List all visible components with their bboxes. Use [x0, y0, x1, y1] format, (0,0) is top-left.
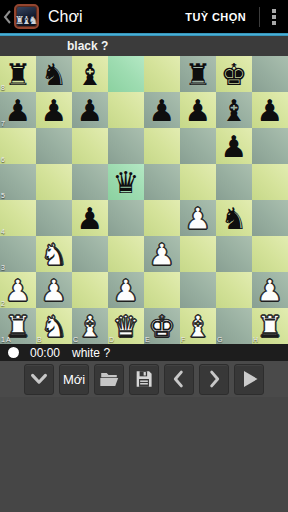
black-pawn-piece: ♟ — [36, 92, 72, 128]
square-d2[interactable]: ♟ — [108, 272, 144, 308]
square-a6[interactable]: 6 — [0, 128, 36, 164]
file-label: H — [253, 336, 258, 344]
file-label: F — [181, 336, 185, 344]
white-player-label: white ? — [72, 346, 110, 360]
square-c8[interactable]: ♝ — [72, 56, 108, 92]
square-g5[interactable] — [216, 164, 252, 200]
white-clock: 00:00 — [30, 346, 60, 360]
open-button[interactable] — [94, 364, 124, 395]
square-e2[interactable] — [144, 272, 180, 308]
save-button[interactable] — [129, 364, 159, 395]
square-c7[interactable]: ♟ — [72, 92, 108, 128]
square-e4[interactable] — [144, 200, 180, 236]
play-icon — [237, 367, 261, 391]
square-b3[interactable]: ♞ — [36, 236, 72, 272]
square-b6[interactable] — [36, 128, 72, 164]
square-f1[interactable]: ♝F — [180, 308, 216, 344]
overflow-dot-icon — [272, 15, 276, 19]
black-pawn-piece: ♟ — [252, 92, 288, 128]
black-pawn-piece: ♟ — [72, 200, 108, 236]
square-f3[interactable] — [180, 236, 216, 272]
white-pawn-piece: ♟ — [180, 200, 216, 236]
square-h6[interactable] — [252, 128, 288, 164]
square-g3[interactable] — [216, 236, 252, 272]
square-h4[interactable] — [252, 200, 288, 236]
page-title: Chơi — [48, 8, 83, 26]
square-d8[interactable] — [108, 56, 144, 92]
square-e5[interactable] — [144, 164, 180, 200]
black-player-label: black ? — [67, 39, 108, 53]
black-pawn-piece: ♟ — [0, 92, 36, 128]
square-b1[interactable]: ♞B — [36, 308, 72, 344]
white-bishop-piece: ♝ — [180, 308, 216, 344]
rank-label: 5 — [1, 192, 5, 200]
back-button[interactable] — [2, 0, 12, 33]
file-label: B — [37, 336, 42, 344]
square-d4[interactable] — [108, 200, 144, 236]
rank-label: 7 — [1, 120, 5, 128]
square-c6[interactable] — [72, 128, 108, 164]
square-d3[interactable] — [108, 236, 144, 272]
square-f2[interactable] — [180, 272, 216, 308]
overflow-menu-button[interactable] — [260, 0, 288, 33]
rank-label: 3 — [1, 264, 5, 272]
square-d5[interactable]: ♛ — [108, 164, 144, 200]
square-d1[interactable]: ♛D — [108, 308, 144, 344]
white-pawn-piece: ♟ — [0, 272, 36, 308]
black-pawn-piece: ♟ — [216, 128, 252, 164]
square-c4[interactable]: ♟ — [72, 200, 108, 236]
square-g6[interactable]: ♟ — [216, 128, 252, 164]
square-h8[interactable] — [252, 56, 288, 92]
square-a2[interactable]: ♟2 — [0, 272, 36, 308]
square-h3[interactable] — [252, 236, 288, 272]
square-c3[interactable] — [72, 236, 108, 272]
square-g1[interactable]: G — [216, 308, 252, 344]
square-g7[interactable]: ♝ — [216, 92, 252, 128]
square-e1[interactable]: ♚E — [144, 308, 180, 344]
square-b8[interactable]: ♞ — [36, 56, 72, 92]
square-a1[interactable]: ♜1A — [0, 308, 36, 344]
square-a5[interactable]: 5 — [0, 164, 36, 200]
app-icon-pieces: ♜♝♞ — [15, 14, 39, 27]
black-rook-piece: ♜ — [180, 56, 216, 92]
square-g8[interactable]: ♚ — [216, 56, 252, 92]
rank-label: 6 — [1, 156, 5, 164]
square-c1[interactable]: ♝C — [72, 308, 108, 344]
square-g4[interactable]: ♞ — [216, 200, 252, 236]
white-turn-indicator[interactable] — [8, 347, 19, 358]
square-h1[interactable]: ♜H — [252, 308, 288, 344]
file-label: G — [217, 336, 222, 344]
chevron-left-icon — [168, 368, 190, 390]
square-a4[interactable]: 4 — [0, 200, 36, 236]
square-b2[interactable]: ♟ — [36, 272, 72, 308]
square-e8[interactable] — [144, 56, 180, 92]
square-g2[interactable] — [216, 272, 252, 308]
square-c2[interactable] — [72, 272, 108, 308]
app-icon[interactable]: ♜♝♞ — [14, 4, 39, 29]
black-pawn-piece: ♟ — [180, 92, 216, 128]
save-icon — [133, 368, 155, 390]
square-e6[interactable] — [144, 128, 180, 164]
game-toolbar: Mới — [0, 361, 288, 397]
rank-label: 2 — [1, 300, 5, 308]
square-f8[interactable]: ♜ — [180, 56, 216, 92]
file-label: C — [73, 336, 78, 344]
black-king-piece: ♚ — [216, 56, 252, 92]
black-player-bar: black ? — [0, 36, 288, 56]
new-game-button-label: Mới — [63, 372, 85, 387]
square-e7[interactable]: ♟ — [144, 92, 180, 128]
chess-app-screen: ♜♝♞ Chơi TUỲ CHỌN black ? ♜8♞♝♜♚♟7♟♟♟♟♝♟… — [0, 0, 288, 512]
chess-board: ♜8♞♝♜♚♟7♟♟♟♟♝♟6♟5♛4♟♟♞3♞♟♟2♟♟♟♜1A♞B♝C♛D♚… — [0, 56, 288, 344]
rank-label: 1 — [1, 336, 5, 344]
square-a3[interactable]: 3 — [0, 236, 36, 272]
empty-area — [0, 397, 288, 512]
square-d7[interactable] — [108, 92, 144, 128]
black-queen-piece: ♛ — [108, 164, 144, 200]
black-pawn-piece: ♟ — [72, 92, 108, 128]
white-pawn-piece: ♟ — [36, 272, 72, 308]
forward-move-button[interactable] — [199, 364, 229, 395]
square-h2[interactable]: ♟ — [252, 272, 288, 308]
rank-label: 8 — [1, 84, 5, 92]
square-a7[interactable]: ♟7 — [0, 92, 36, 128]
folder-open-icon — [98, 368, 120, 390]
back-caret-icon — [3, 9, 12, 25]
square-h7[interactable]: ♟ — [252, 92, 288, 128]
square-b4[interactable] — [36, 200, 72, 236]
square-d6[interactable] — [108, 128, 144, 164]
square-b5[interactable] — [36, 164, 72, 200]
rank-label: 4 — [1, 228, 5, 236]
options-button[interactable]: TUỲ CHỌN — [172, 0, 259, 33]
square-f5[interactable] — [180, 164, 216, 200]
file-label: D — [109, 336, 114, 344]
collapse-button[interactable] — [24, 364, 54, 395]
square-e3[interactable]: ♟ — [144, 236, 180, 272]
black-bishop-piece: ♝ — [72, 56, 108, 92]
black-rook-piece: ♜ — [0, 56, 36, 92]
back-move-button[interactable] — [164, 364, 194, 395]
action-bar: ♜♝♞ Chơi TUỲ CHỌN — [0, 0, 288, 33]
square-h5[interactable] — [252, 164, 288, 200]
black-knight-piece: ♞ — [216, 200, 252, 236]
black-knight-piece: ♞ — [36, 56, 72, 92]
new-game-button[interactable]: Mới — [59, 364, 89, 395]
overflow-dot-icon — [272, 9, 276, 13]
square-f4[interactable]: ♟ — [180, 200, 216, 236]
file-label: E — [145, 336, 150, 344]
black-pawn-piece: ♟ — [144, 92, 180, 128]
square-f7[interactable]: ♟ — [180, 92, 216, 128]
overflow-dot-icon — [272, 21, 276, 25]
black-bishop-piece: ♝ — [216, 92, 252, 128]
white-pawn-piece: ♟ — [108, 272, 144, 308]
chevron-right-icon — [203, 368, 225, 390]
white-player-bar: 00:00 white ? — [0, 344, 288, 361]
play-button[interactable] — [234, 364, 264, 395]
square-b7[interactable]: ♟ — [36, 92, 72, 128]
white-pawn-piece: ♟ — [252, 272, 288, 308]
white-pawn-piece: ♟ — [144, 236, 180, 272]
file-label: A — [6, 336, 11, 344]
chevron-down-icon — [28, 368, 50, 390]
square-a8[interactable]: ♜8 — [0, 56, 36, 92]
square-c5[interactable] — [72, 164, 108, 200]
white-knight-piece: ♞ — [36, 236, 72, 272]
square-f6[interactable] — [180, 128, 216, 164]
